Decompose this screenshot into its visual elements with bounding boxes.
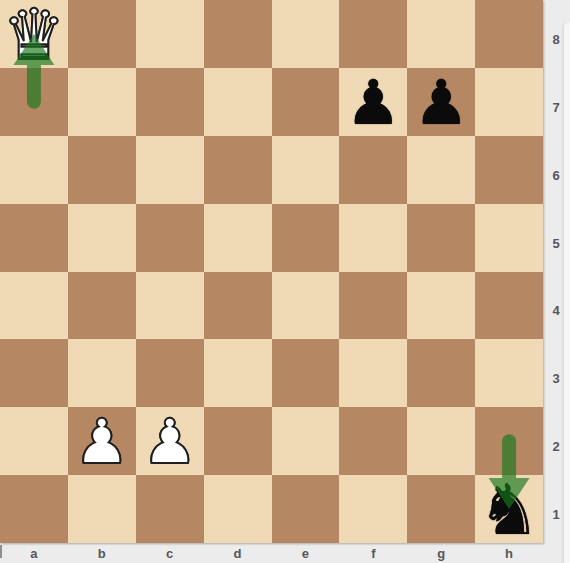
square-a1[interactable] (0, 475, 68, 543)
square-g6[interactable] (407, 136, 475, 204)
white-queen-a8[interactable]: ♛ (0, 1, 68, 69)
square-e5[interactable] (272, 204, 340, 272)
square-e7[interactable] (272, 68, 340, 136)
square-b8[interactable] (68, 0, 136, 68)
rank-label-4: 4 (552, 303, 559, 318)
file-label-e: e (302, 546, 309, 561)
square-h3[interactable] (475, 339, 543, 407)
square-d3[interactable] (204, 339, 272, 407)
square-c7[interactable] (136, 68, 204, 136)
square-g1[interactable] (407, 475, 475, 543)
page: ♛♟♟♟♟♞ 87654321 abcdefgh (0, 0, 570, 563)
black-pawn-f7[interactable]: ♟ (339, 69, 407, 137)
square-b6[interactable] (68, 136, 136, 204)
white-pawn-b2[interactable]: ♟ (68, 408, 136, 476)
file-label-f: f (371, 546, 375, 561)
file-label-b: b (98, 546, 106, 561)
square-e2[interactable] (272, 407, 340, 475)
square-e6[interactable] (272, 136, 340, 204)
square-e4[interactable] (272, 272, 340, 340)
square-h5[interactable] (475, 204, 543, 272)
square-f6[interactable] (339, 136, 407, 204)
square-b1[interactable] (68, 475, 136, 543)
square-g2[interactable] (407, 407, 475, 475)
right-panel-edge (563, 23, 570, 563)
square-a7[interactable] (0, 68, 68, 136)
rank-label-3: 3 (552, 371, 559, 386)
square-f8[interactable] (339, 0, 407, 68)
square-d8[interactable] (204, 0, 272, 68)
square-c8[interactable] (136, 0, 204, 68)
square-c1[interactable] (136, 475, 204, 543)
black-knight-h1[interactable]: ♞ (475, 476, 543, 544)
rank-label-8: 8 (552, 31, 559, 46)
square-h4[interactable] (475, 272, 543, 340)
rank-label-6: 6 (552, 167, 559, 182)
square-c6[interactable] (136, 136, 204, 204)
square-f4[interactable] (339, 272, 407, 340)
square-a2[interactable] (0, 407, 68, 475)
square-g3[interactable] (407, 339, 475, 407)
file-label-d: d (234, 546, 242, 561)
square-f5[interactable] (339, 204, 407, 272)
square-d5[interactable] (204, 204, 272, 272)
square-e3[interactable] (272, 339, 340, 407)
file-label-g: g (437, 546, 445, 561)
square-c5[interactable] (136, 204, 204, 272)
square-h8[interactable] (475, 0, 543, 68)
square-e8[interactable] (272, 0, 340, 68)
square-f2[interactable] (339, 407, 407, 475)
square-e1[interactable] (272, 475, 340, 543)
square-g5[interactable] (407, 204, 475, 272)
square-a5[interactable] (0, 204, 68, 272)
square-f3[interactable] (339, 339, 407, 407)
square-b4[interactable] (68, 272, 136, 340)
square-d6[interactable] (204, 136, 272, 204)
square-b3[interactable] (68, 339, 136, 407)
square-h6[interactable] (475, 136, 543, 204)
black-pawn-g7[interactable]: ♟ (407, 69, 475, 137)
square-d4[interactable] (204, 272, 272, 340)
square-d1[interactable] (204, 475, 272, 543)
square-d2[interactable] (204, 407, 272, 475)
chess-board-container: ♛♟♟♟♟♞ (0, 0, 543, 543)
square-b7[interactable] (68, 68, 136, 136)
square-b5[interactable] (68, 204, 136, 272)
square-g8[interactable] (407, 0, 475, 68)
square-a6[interactable] (0, 136, 68, 204)
square-g4[interactable] (407, 272, 475, 340)
rank-label-2: 2 (552, 439, 559, 454)
square-h2[interactable] (475, 407, 543, 475)
file-label-h: h (505, 546, 513, 561)
rank-label-1: 1 (552, 507, 559, 522)
square-c3[interactable] (136, 339, 204, 407)
square-a4[interactable] (0, 272, 68, 340)
square-h7[interactable] (475, 68, 543, 136)
chess-board[interactable]: ♛♟♟♟♟♞ (0, 0, 543, 543)
rank-label-5: 5 (552, 235, 559, 250)
square-d7[interactable] (204, 68, 272, 136)
file-label-a: a (30, 546, 37, 561)
square-f1[interactable] (339, 475, 407, 543)
white-pawn-c2[interactable]: ♟ (136, 408, 204, 476)
file-label-c: c (166, 546, 173, 561)
square-a3[interactable] (0, 339, 68, 407)
rank-label-7: 7 (552, 99, 559, 114)
square-c4[interactable] (136, 272, 204, 340)
scrollbar-artifact (0, 545, 2, 558)
